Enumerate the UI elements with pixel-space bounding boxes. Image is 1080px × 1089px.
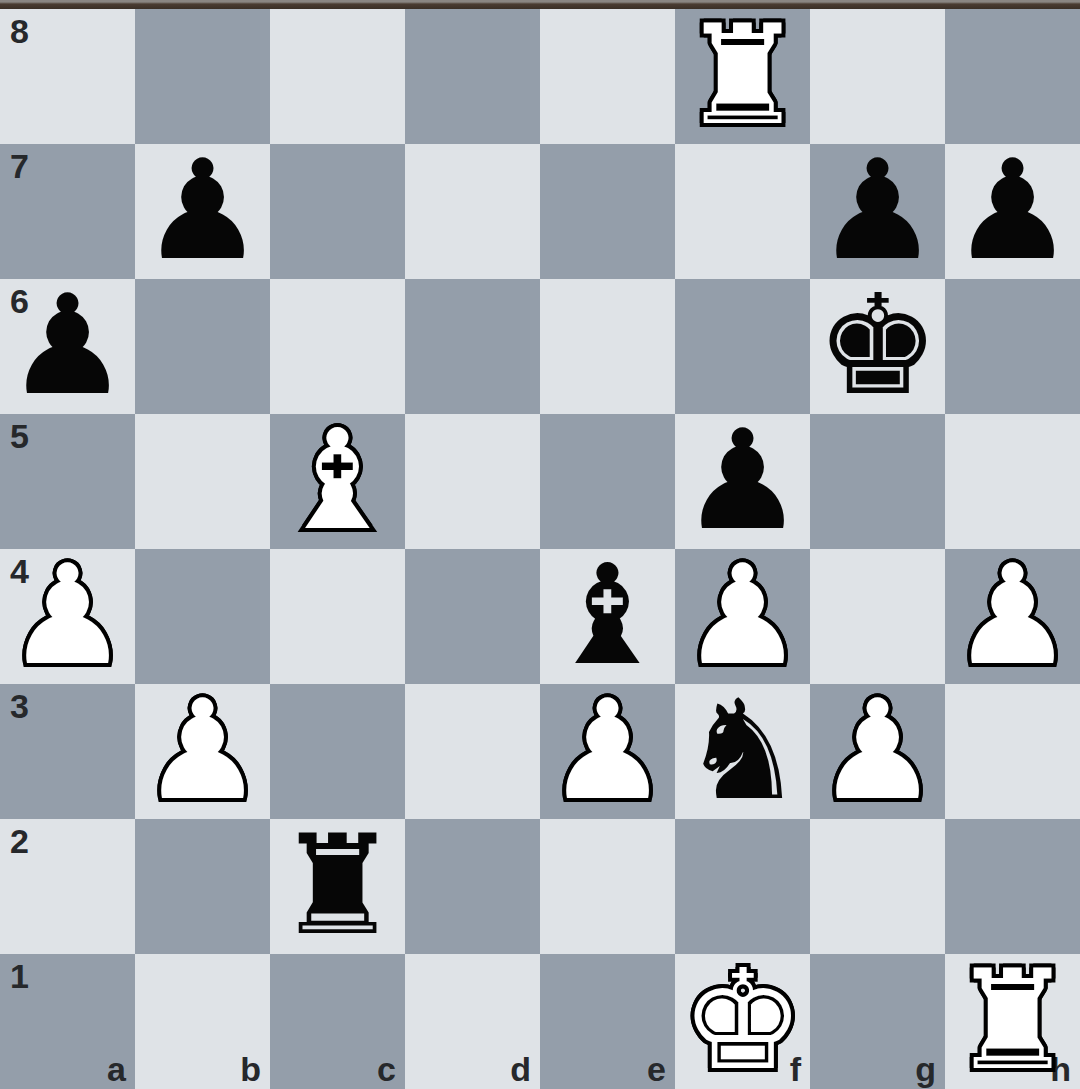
square-e6[interactable] — [540, 279, 675, 414]
square-a7[interactable]: 7 — [0, 144, 135, 279]
window-top-bar — [0, 0, 1080, 9]
file-label: a — [107, 1052, 126, 1086]
square-c2[interactable]: ♜ — [270, 819, 405, 954]
square-g4[interactable] — [810, 549, 945, 684]
square-g5[interactable] — [810, 414, 945, 549]
square-b3[interactable]: ♟♟ — [135, 684, 270, 819]
file-label: b — [240, 1052, 261, 1086]
square-c6[interactable] — [270, 279, 405, 414]
square-g1[interactable]: g — [810, 954, 945, 1089]
black-knight[interactable]: ♞ — [675, 684, 810, 819]
piece-glyph: ♜ — [951, 951, 1075, 1089]
square-b2[interactable] — [135, 819, 270, 954]
square-f1[interactable]: f♚♚ — [675, 954, 810, 1089]
square-f3[interactable]: ♞ — [675, 684, 810, 819]
black-pawn[interactable]: ♟ — [0, 279, 135, 414]
square-f6[interactable] — [675, 279, 810, 414]
square-e8[interactable] — [540, 9, 675, 144]
piece-glyph: ♟ — [6, 546, 130, 684]
white-pawn[interactable]: ♟♟ — [135, 684, 270, 819]
square-b6[interactable] — [135, 279, 270, 414]
square-f7[interactable] — [675, 144, 810, 279]
square-c7[interactable] — [270, 144, 405, 279]
square-h8[interactable] — [945, 9, 1080, 144]
square-e5[interactable] — [540, 414, 675, 549]
rank-label: 8 — [10, 14, 29, 48]
rank-label: 5 — [10, 419, 29, 453]
square-h3[interactable] — [945, 684, 1080, 819]
square-g7[interactable]: ♟ — [810, 144, 945, 279]
square-a4[interactable]: 4♟♟ — [0, 549, 135, 684]
square-d3[interactable] — [405, 684, 540, 819]
piece-glyph: ♜ — [276, 816, 400, 954]
piece-glyph: ♚ — [816, 276, 940, 414]
square-f8[interactable]: ♜♜ — [675, 9, 810, 144]
square-h7[interactable]: ♟ — [945, 144, 1080, 279]
file-label: e — [647, 1052, 666, 1086]
black-pawn[interactable]: ♟ — [675, 414, 810, 549]
white-rook[interactable]: ♜♜ — [675, 9, 810, 144]
square-d2[interactable] — [405, 819, 540, 954]
white-pawn[interactable]: ♟♟ — [540, 684, 675, 819]
piece-glyph: ♝ — [546, 546, 670, 684]
square-g3[interactable]: ♟♟ — [810, 684, 945, 819]
piece-glyph: ♟ — [141, 681, 265, 819]
square-b7[interactable]: ♟ — [135, 144, 270, 279]
square-b1[interactable]: b — [135, 954, 270, 1089]
square-h1[interactable]: h♜♜ — [945, 954, 1080, 1089]
rank-label: 2 — [10, 824, 29, 858]
white-pawn[interactable]: ♟♟ — [675, 549, 810, 684]
file-label: g — [915, 1052, 936, 1086]
square-h6[interactable] — [945, 279, 1080, 414]
square-f4[interactable]: ♟♟ — [675, 549, 810, 684]
white-bishop[interactable]: ♝♝ — [270, 414, 405, 549]
file-label: c — [377, 1052, 396, 1086]
piece-glyph: ♟ — [546, 681, 670, 819]
rank-label: 7 — [10, 149, 29, 183]
square-d6[interactable] — [405, 279, 540, 414]
square-b5[interactable] — [135, 414, 270, 549]
square-f2[interactable] — [675, 819, 810, 954]
piece-glyph: ♟ — [951, 141, 1075, 279]
square-g2[interactable] — [810, 819, 945, 954]
square-c4[interactable] — [270, 549, 405, 684]
black-bishop[interactable]: ♝ — [540, 549, 675, 684]
piece-glyph: ♚ — [681, 951, 805, 1089]
rank-label: 1 — [10, 959, 29, 993]
square-a3[interactable]: 3 — [0, 684, 135, 819]
chess-board: 8♜♜7♟♟♟6♟♚5♝♝♟4♟♟♝♟♟♟♟3♟♟♟♟♞♟♟2♜1abcdef♚… — [0, 9, 1080, 1089]
square-g8[interactable] — [810, 9, 945, 144]
square-h2[interactable] — [945, 819, 1080, 954]
square-b8[interactable] — [135, 9, 270, 144]
piece-glyph: ♟ — [816, 141, 940, 279]
square-c1[interactable]: c — [270, 954, 405, 1089]
square-h4[interactable]: ♟♟ — [945, 549, 1080, 684]
piece-glyph: ♟ — [951, 546, 1075, 684]
black-pawn[interactable]: ♟ — [945, 144, 1080, 279]
black-pawn[interactable]: ♟ — [810, 144, 945, 279]
square-e3[interactable]: ♟♟ — [540, 684, 675, 819]
square-e4[interactable]: ♝ — [540, 549, 675, 684]
piece-glyph: ♜ — [681, 6, 805, 144]
square-e2[interactable] — [540, 819, 675, 954]
square-a5[interactable]: 5 — [0, 414, 135, 549]
square-c5[interactable]: ♝♝ — [270, 414, 405, 549]
square-f5[interactable]: ♟ — [675, 414, 810, 549]
square-a1[interactable]: 1a — [0, 954, 135, 1089]
square-c3[interactable] — [270, 684, 405, 819]
square-e1[interactable]: e — [540, 954, 675, 1089]
square-a2[interactable]: 2 — [0, 819, 135, 954]
square-h5[interactable] — [945, 414, 1080, 549]
piece-glyph: ♟ — [681, 411, 805, 549]
black-king[interactable]: ♚ — [810, 279, 945, 414]
piece-glyph: ♟ — [816, 681, 940, 819]
black-pawn[interactable]: ♟ — [135, 144, 270, 279]
square-e7[interactable] — [540, 144, 675, 279]
file-label: d — [510, 1052, 531, 1086]
square-b4[interactable] — [135, 549, 270, 684]
white-pawn[interactable]: ♟♟ — [945, 549, 1080, 684]
square-a8[interactable]: 8 — [0, 9, 135, 144]
rank-label: 3 — [10, 689, 29, 723]
square-a6[interactable]: 6♟ — [0, 279, 135, 414]
square-g6[interactable]: ♚ — [810, 279, 945, 414]
piece-glyph: ♟ — [6, 276, 130, 414]
square-d4[interactable] — [405, 549, 540, 684]
piece-glyph: ♝ — [276, 411, 400, 549]
square-d7[interactable] — [405, 144, 540, 279]
black-rook[interactable]: ♜ — [270, 819, 405, 954]
piece-glyph: ♟ — [141, 141, 265, 279]
white-pawn[interactable]: ♟♟ — [0, 549, 135, 684]
piece-glyph: ♟ — [681, 546, 805, 684]
white-rook[interactable]: ♜♜ — [945, 954, 1080, 1089]
square-d1[interactable]: d — [405, 954, 540, 1089]
square-c8[interactable] — [270, 9, 405, 144]
square-d8[interactable] — [405, 9, 540, 144]
piece-glyph: ♞ — [681, 681, 805, 819]
white-king[interactable]: ♚♚ — [675, 954, 810, 1089]
square-d5[interactable] — [405, 414, 540, 549]
white-pawn[interactable]: ♟♟ — [810, 684, 945, 819]
